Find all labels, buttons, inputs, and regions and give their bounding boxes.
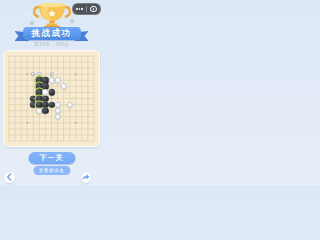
banner-text: 挑战成功 bbox=[23, 27, 81, 40]
target-circle-icon bbox=[90, 6, 97, 13]
back-chevron-icon bbox=[6, 173, 13, 181]
gomoku-board[interactable] bbox=[3, 50, 100, 147]
ranking-button[interactable]: 查看群排名 bbox=[33, 166, 70, 175]
next-level-button[interactable]: 下一关 bbox=[28, 152, 75, 164]
board-grid[interactable] bbox=[9, 56, 94, 141]
home-button[interactable] bbox=[87, 4, 100, 14]
more-dots-icon bbox=[76, 8, 83, 9]
banner-ribbon: 挑战成功 bbox=[15, 27, 89, 42]
share-arrow-icon bbox=[81, 173, 90, 181]
share-button[interactable] bbox=[81, 172, 92, 183]
status-capsule[interactable] bbox=[72, 3, 101, 15]
back-button[interactable] bbox=[4, 172, 15, 183]
more-button[interactable] bbox=[73, 4, 86, 14]
